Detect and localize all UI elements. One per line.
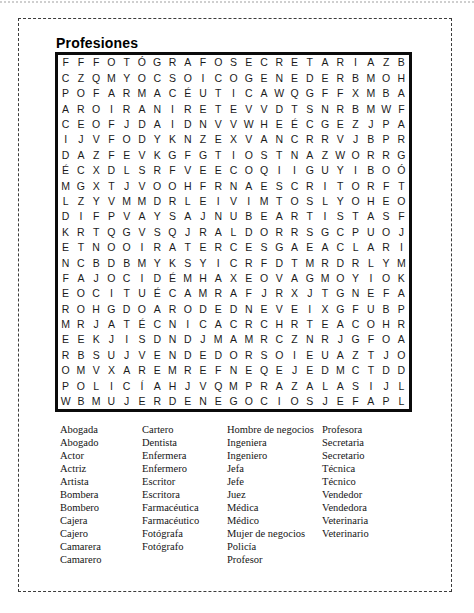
grid-cell[interactable]: O [58,363,73,378]
grid-cell[interactable]: J [195,332,210,347]
grid-cell[interactable]: F [73,55,88,70]
grid-cell[interactable]: D [134,132,149,147]
grid-cell[interactable]: C [119,270,134,285]
grid-cell[interactable]: D [104,255,119,270]
grid-cell[interactable]: H [165,378,180,393]
grid-cell[interactable]: N [226,363,241,378]
grid-cell[interactable]: G [165,147,180,162]
grid-cell[interactable]: O [165,178,180,193]
grid-cell[interactable]: L [119,163,134,178]
grid-cell[interactable]: M [58,178,73,193]
grid-cell[interactable]: Y [150,255,165,270]
grid-cell[interactable]: N [195,117,210,132]
grid-cell[interactable]: L [394,378,409,393]
grid-cell[interactable]: E [302,240,317,255]
grid-cell[interactable]: P [104,209,119,224]
grid-cell[interactable]: T [287,101,302,116]
grid-cell[interactable]: L [58,194,73,209]
grid-cell[interactable]: I [211,194,226,209]
grid-cell[interactable]: J [180,224,195,239]
grid-cell[interactable]: E [211,301,226,316]
grid-cell[interactable]: I [287,347,302,362]
grid-cell[interactable]: A [287,270,302,285]
grid-cell[interactable]: R [73,224,88,239]
grid-cell[interactable]: E [333,394,348,409]
grid-cell[interactable]: É [287,117,302,132]
grid-cell[interactable]: U [317,347,332,362]
grid-cell[interactable]: S [256,347,271,362]
grid-cell[interactable]: R [317,132,332,147]
grid-cell[interactable]: U [363,301,378,316]
grid-cell[interactable]: R [211,240,226,255]
grid-cell[interactable]: C [73,255,88,270]
grid-cell[interactable]: Q [104,224,119,239]
grid-cell[interactable]: R [180,101,195,116]
grid-cell[interactable]: C [211,70,226,85]
grid-cell[interactable]: W [333,147,348,162]
grid-cell[interactable]: E [211,163,226,178]
grid-cell[interactable]: R [378,240,393,255]
grid-cell[interactable]: T [119,286,134,301]
grid-cell[interactable]: I [165,117,180,132]
grid-cell[interactable]: T [211,101,226,116]
grid-cell[interactable]: O [226,347,241,362]
grid-cell[interactable]: N [195,394,210,409]
grid-cell[interactable]: Q [211,378,226,393]
grid-cell[interactable]: V [272,270,287,285]
grid-cell[interactable]: D [58,209,73,224]
grid-cell[interactable]: A [211,270,226,285]
grid-cell[interactable]: A [317,55,332,70]
grid-cell[interactable]: D [394,363,409,378]
grid-cell[interactable]: R [165,301,180,316]
grid-cell[interactable]: É [134,317,149,332]
grid-cell[interactable]: D [333,255,348,270]
grid-cell[interactable]: S [165,209,180,224]
grid-cell[interactable]: C [226,255,241,270]
grid-cell[interactable]: E [241,55,256,70]
grid-cell[interactable]: J [348,132,363,147]
grid-cell[interactable]: D [119,301,134,316]
grid-cell[interactable]: J [119,117,134,132]
grid-cell[interactable]: B [378,86,393,101]
grid-cell[interactable]: G [317,117,332,132]
grid-cell[interactable]: R [134,363,149,378]
grid-cell[interactable]: Y [150,132,165,147]
grid-cell[interactable]: F [104,147,119,162]
grid-cell[interactable]: S [256,240,271,255]
grid-cell[interactable]: J [104,332,119,347]
grid-cell[interactable]: E [195,101,210,116]
grid-cell[interactable]: J [378,378,393,393]
grid-cell[interactable]: E [241,363,256,378]
grid-cell[interactable]: Y [348,270,363,285]
grid-cell[interactable]: T [89,224,104,239]
grid-cell[interactable]: F [195,178,210,193]
grid-cell[interactable]: C [333,240,348,255]
grid-cell[interactable]: S [302,101,317,116]
grid-cell[interactable]: V [241,101,256,116]
grid-cell[interactable]: F [89,55,104,70]
grid-cell[interactable]: R [241,317,256,332]
grid-cell[interactable]: R [363,147,378,162]
grid-cell[interactable]: O [104,270,119,285]
grid-cell[interactable]: V [119,209,134,224]
grid-cell[interactable]: E [302,363,317,378]
grid-cell[interactable]: X [104,363,119,378]
grid-cell[interactable]: R [394,132,409,147]
grid-cell[interactable]: F [378,286,393,301]
grid-cell[interactable]: D [165,394,180,409]
grid-cell[interactable]: T [348,209,363,224]
grid-cell[interactable]: N [211,209,226,224]
grid-cell[interactable]: X [287,286,302,301]
grid-cell[interactable]: N [165,317,180,332]
grid-cell[interactable]: O [150,178,165,193]
grid-cell[interactable]: D [150,270,165,285]
grid-cell[interactable]: A [394,286,409,301]
grid-cell[interactable]: F [333,86,348,101]
grid-cell[interactable]: D [272,101,287,116]
grid-cell[interactable]: E [195,163,210,178]
grid-cell[interactable]: K [89,332,104,347]
grid-cell[interactable]: C [119,378,134,393]
grid-cell[interactable]: V [333,132,348,147]
grid-cell[interactable]: O [394,347,409,362]
grid-cell[interactable]: I [226,147,241,162]
grid-cell[interactable]: A [394,86,409,101]
grid-cell[interactable]: Ó [394,163,409,178]
grid-cell[interactable]: R [287,317,302,332]
grid-cell[interactable]: R [317,255,332,270]
grid-cell[interactable]: E [195,240,210,255]
grid-cell[interactable]: C [165,286,180,301]
grid-cell[interactable]: E [241,240,256,255]
grid-cell[interactable]: E [58,240,73,255]
grid-cell[interactable]: F [58,55,73,70]
grid-cell[interactable]: Z [287,378,302,393]
grid-cell[interactable]: K [394,270,409,285]
grid-cell[interactable]: O [73,86,88,101]
grid-cell[interactable]: U [195,86,210,101]
grid-cell[interactable]: D [195,301,210,316]
grid-cell[interactable]: I [134,270,149,285]
grid-cell[interactable]: T [317,286,332,301]
grid-cell[interactable]: F [180,147,195,162]
grid-cell[interactable]: X [317,301,332,316]
grid-cell[interactable]: C [272,332,287,347]
grid-cell[interactable]: S [89,347,104,362]
grid-cell[interactable]: N [226,178,241,193]
grid-cell[interactable]: A [73,270,88,285]
grid-cell[interactable]: T [211,147,226,162]
grid-cell[interactable]: R [119,86,134,101]
grid-cell[interactable]: B [348,70,363,85]
grid-cell[interactable]: P [348,224,363,239]
grid-cell[interactable]: T [302,55,317,70]
grid-cell[interactable]: W [378,101,393,116]
grid-cell[interactable]: S [272,178,287,193]
grid-cell[interactable]: B [348,101,363,116]
grid-cell[interactable]: I [241,194,256,209]
grid-cell[interactable]: Z [287,332,302,347]
grid-cell[interactable]: I [348,55,363,70]
grid-cell[interactable]: S [256,147,271,162]
grid-cell[interactable]: I [272,394,287,409]
grid-cell[interactable]: A [333,347,348,362]
grid-cell[interactable]: I [165,101,180,116]
grid-cell[interactable]: V [89,363,104,378]
grid-cell[interactable]: V [134,347,149,362]
grid-cell[interactable]: J [195,209,210,224]
grid-cell[interactable]: K [58,224,73,239]
grid-cell[interactable]: H [394,70,409,85]
grid-cell[interactable]: F [104,117,119,132]
grid-cell[interactable]: L [226,224,241,239]
grid-cell[interactable]: R [287,224,302,239]
grid-cell[interactable]: T [272,147,287,162]
grid-cell[interactable]: M [134,255,149,270]
grid-cell[interactable]: O [378,224,393,239]
grid-cell[interactable]: G [73,178,88,193]
grid-cell[interactable]: A [73,147,88,162]
grid-cell[interactable]: E [150,347,165,362]
grid-cell[interactable]: A [180,286,195,301]
grid-cell[interactable]: J [89,317,104,332]
grid-cell[interactable]: T [180,240,195,255]
grid-cell[interactable]: C [287,178,302,193]
grid-cell[interactable]: R [272,55,287,70]
grid-cell[interactable]: W [58,394,73,409]
grid-cell[interactable]: A [363,394,378,409]
grid-cell[interactable]: R [363,178,378,193]
grid-cell[interactable]: V [211,117,226,132]
grid-cell[interactable]: R [211,286,226,301]
grid-cell[interactable]: X [348,86,363,101]
grid-cell[interactable]: I [272,163,287,178]
grid-cell[interactable]: M [256,194,271,209]
grid-cell[interactable]: O [394,194,409,209]
grid-cell[interactable]: I [119,332,134,347]
grid-cell[interactable]: A [272,378,287,393]
grid-cell[interactable]: D [58,147,73,162]
grid-cell[interactable]: F [104,132,119,147]
grid-cell[interactable]: Y [119,70,134,85]
grid-cell[interactable]: Z [73,194,88,209]
grid-cell[interactable]: D [317,363,332,378]
grid-cell[interactable]: H [256,117,271,132]
grid-cell[interactable]: Y [333,163,348,178]
grid-cell[interactable]: R [119,101,134,116]
grid-cell[interactable]: D [378,363,393,378]
grid-cell[interactable]: M [394,255,409,270]
grid-cell[interactable]: M [363,86,378,101]
grid-cell[interactable]: D [134,117,149,132]
grid-cell[interactable]: E [302,347,317,362]
grid-cell[interactable]: A [134,101,149,116]
grid-cell[interactable]: T [119,55,134,70]
grid-cell[interactable]: A [134,209,149,224]
grid-cell[interactable]: R [348,255,363,270]
grid-cell[interactable]: Z [348,117,363,132]
grid-cell[interactable]: R [58,347,73,362]
grid-cell[interactable]: F [317,86,332,101]
grid-cell[interactable]: O [287,194,302,209]
grid-cell[interactable]: M [226,378,241,393]
grid-cell[interactable]: V [89,132,104,147]
grid-cell[interactable]: R [150,394,165,409]
grid-cell[interactable]: B [73,394,88,409]
grid-cell[interactable]: B [89,255,104,270]
grid-cell[interactable]: R [333,55,348,70]
grid-cell[interactable]: A [363,55,378,70]
grid-cell[interactable]: J [89,270,104,285]
grid-cell[interactable]: E [195,194,210,209]
grid-cell[interactable]: G [241,70,256,85]
grid-cell[interactable]: É [150,286,165,301]
grid-cell[interactable]: G [333,286,348,301]
grid-cell[interactable]: B [394,55,409,70]
grid-cell[interactable]: R [302,132,317,147]
grid-cell[interactable]: A [165,240,180,255]
grid-cell[interactable]: R [73,317,88,332]
grid-cell[interactable]: O [226,70,241,85]
grid-cell[interactable]: I [363,378,378,393]
grid-cell[interactable]: R [150,163,165,178]
grid-cell[interactable]: I [104,101,119,116]
grid-cell[interactable]: O [89,117,104,132]
grid-cell[interactable]: T [287,255,302,270]
grid-cell[interactable]: O [241,163,256,178]
grid-cell[interactable]: P [378,132,393,147]
grid-cell[interactable]: C [58,117,73,132]
grid-cell[interactable]: J [394,224,409,239]
grid-cell[interactable]: F [211,363,226,378]
grid-cell[interactable]: O [241,147,256,162]
grid-cell[interactable]: A [150,86,165,101]
grid-cell[interactable]: H [89,301,104,316]
grid-cell[interactable]: V [180,163,195,178]
grid-cell[interactable]: A [394,117,409,132]
grid-cell[interactable]: M [89,394,104,409]
grid-cell[interactable]: O [89,101,104,116]
grid-cell[interactable]: K [165,255,180,270]
grid-cell[interactable]: O [119,240,134,255]
grid-cell[interactable]: D [104,163,119,178]
grid-cell[interactable]: M [73,363,88,378]
grid-cell[interactable]: O [287,394,302,409]
grid-cell[interactable]: D [302,70,317,85]
grid-cell[interactable]: M [363,101,378,116]
grid-cell[interactable]: O [256,270,271,285]
grid-cell[interactable]: E [256,178,271,193]
grid-cell[interactable]: O [348,178,363,193]
grid-cell[interactable]: O [180,301,195,316]
grid-cell[interactable]: P [58,378,73,393]
grid-cell[interactable]: E [180,394,195,409]
grid-cell[interactable]: J [363,117,378,132]
grid-cell[interactable]: A [150,301,165,316]
grid-cell[interactable]: V [241,132,256,147]
grid-cell[interactable]: E [256,70,271,85]
grid-cell[interactable]: N [58,255,73,270]
grid-cell[interactable]: E [287,55,302,70]
grid-cell[interactable]: O [73,301,88,316]
grid-cell[interactable]: F [348,301,363,316]
grid-cell[interactable]: I [348,163,363,178]
grid-cell[interactable]: C [302,117,317,132]
grid-cell[interactable]: T [104,178,119,193]
grid-cell[interactable]: G [272,240,287,255]
grid-cell[interactable]: A [226,332,241,347]
grid-cell[interactable]: C [226,317,241,332]
grid-cell[interactable]: Z [378,55,393,70]
grid-cell[interactable]: R [256,332,271,347]
grid-cell[interactable]: A [180,55,195,70]
grid-cell[interactable]: V [195,378,210,393]
grid-cell[interactable]: G [104,301,119,316]
grid-cell[interactable]: F [58,270,73,285]
grid-cell[interactable]: A [180,209,195,224]
grid-cell[interactable]: C [150,70,165,85]
grid-cell[interactable]: I [302,301,317,316]
grid-cell[interactable]: F [241,286,256,301]
grid-cell[interactable]: R [394,317,409,332]
grid-cell[interactable]: D [180,347,195,362]
grid-cell[interactable]: J [119,178,134,193]
grid-cell[interactable]: J [378,347,393,362]
grid-cell[interactable]: C [256,55,271,70]
grid-cell[interactable]: A [317,240,332,255]
grid-cell[interactable]: T [302,317,317,332]
grid-cell[interactable]: N [165,347,180,362]
grid-cell[interactable]: E [317,70,332,85]
grid-cell[interactable]: E [256,301,271,316]
grid-cell[interactable]: A [394,332,409,347]
grid-cell[interactable]: É [58,163,73,178]
grid-cell[interactable]: R [272,286,287,301]
grid-cell[interactable]: O [180,70,195,85]
grid-cell[interactable]: Q [89,70,104,85]
grid-cell[interactable]: B [73,347,88,362]
grid-cell[interactable]: O [241,394,256,409]
grid-cell[interactable]: I [195,70,210,85]
grid-cell[interactable]: G [302,86,317,101]
grid-cell[interactable]: A [363,209,378,224]
grid-cell[interactable]: N [272,132,287,147]
grid-cell[interactable]: U [104,347,119,362]
grid-cell[interactable]: W [272,86,287,101]
grid-cell[interactable]: T [363,347,378,362]
grid-cell[interactable]: L [363,255,378,270]
grid-cell[interactable]: R [195,224,210,239]
grid-cell[interactable]: Q [256,163,271,178]
grid-cell[interactable]: S [302,394,317,409]
grid-cell[interactable]: Z [73,70,88,85]
grid-cell[interactable]: B [378,301,393,316]
grid-cell[interactable]: O [378,163,393,178]
grid-cell[interactable]: M [317,270,332,285]
grid-cell[interactable]: R [241,255,256,270]
grid-cell[interactable]: E [378,194,393,209]
grid-cell[interactable]: M [241,332,256,347]
grid-cell[interactable]: S [180,255,195,270]
grid-cell[interactable]: L [348,240,363,255]
grid-cell[interactable]: R [150,240,165,255]
grid-cell[interactable]: O [211,55,226,70]
grid-cell[interactable]: R [333,101,348,116]
grid-cell[interactable]: A [104,86,119,101]
